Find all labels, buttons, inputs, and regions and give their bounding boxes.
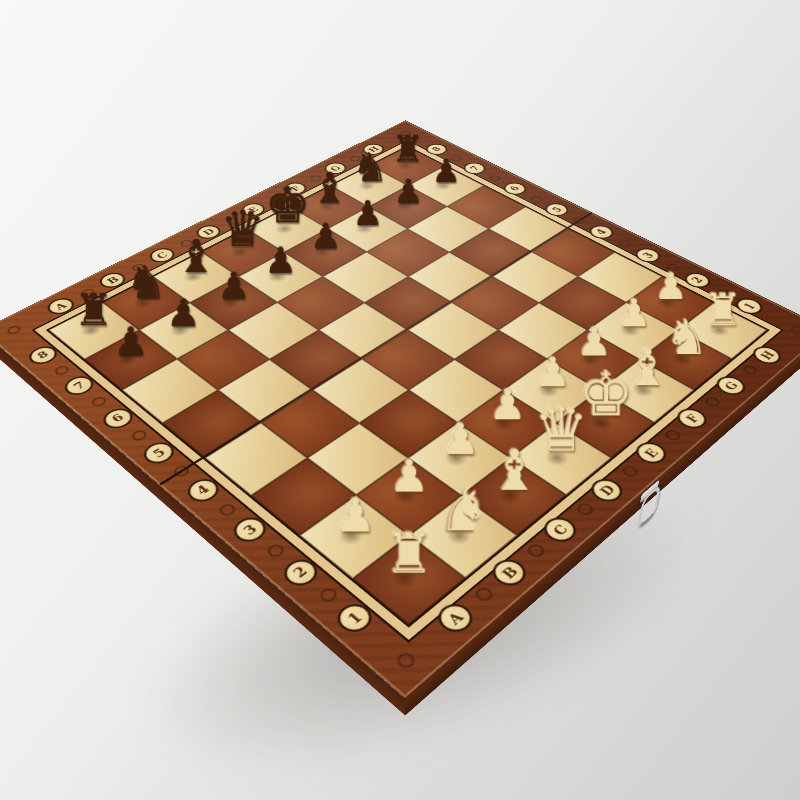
black-pawn-glyph: ♟ — [113, 322, 148, 361]
piece-black-pawn-a7[interactable]: ♟ — [89, 322, 172, 361]
product-photo-backdrop: { "game": "chess", "position": { "fen": … — [0, 0, 800, 800]
piece-white-rook-a1[interactable]: ♜ — [359, 526, 460, 581]
white-rook-glyph: ♜ — [385, 526, 435, 581]
